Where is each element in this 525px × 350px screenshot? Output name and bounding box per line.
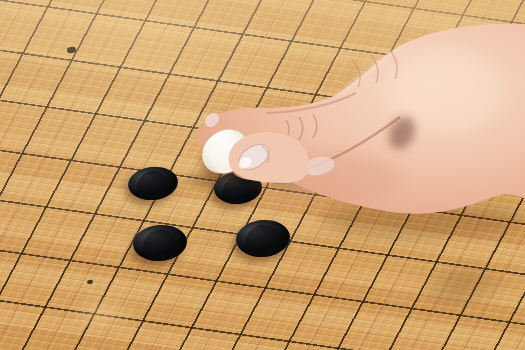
wood-stain-light [66,295,140,331]
go-board-photo: ● ● ● ● [0,0,525,350]
index-fingertip [222,126,314,188]
